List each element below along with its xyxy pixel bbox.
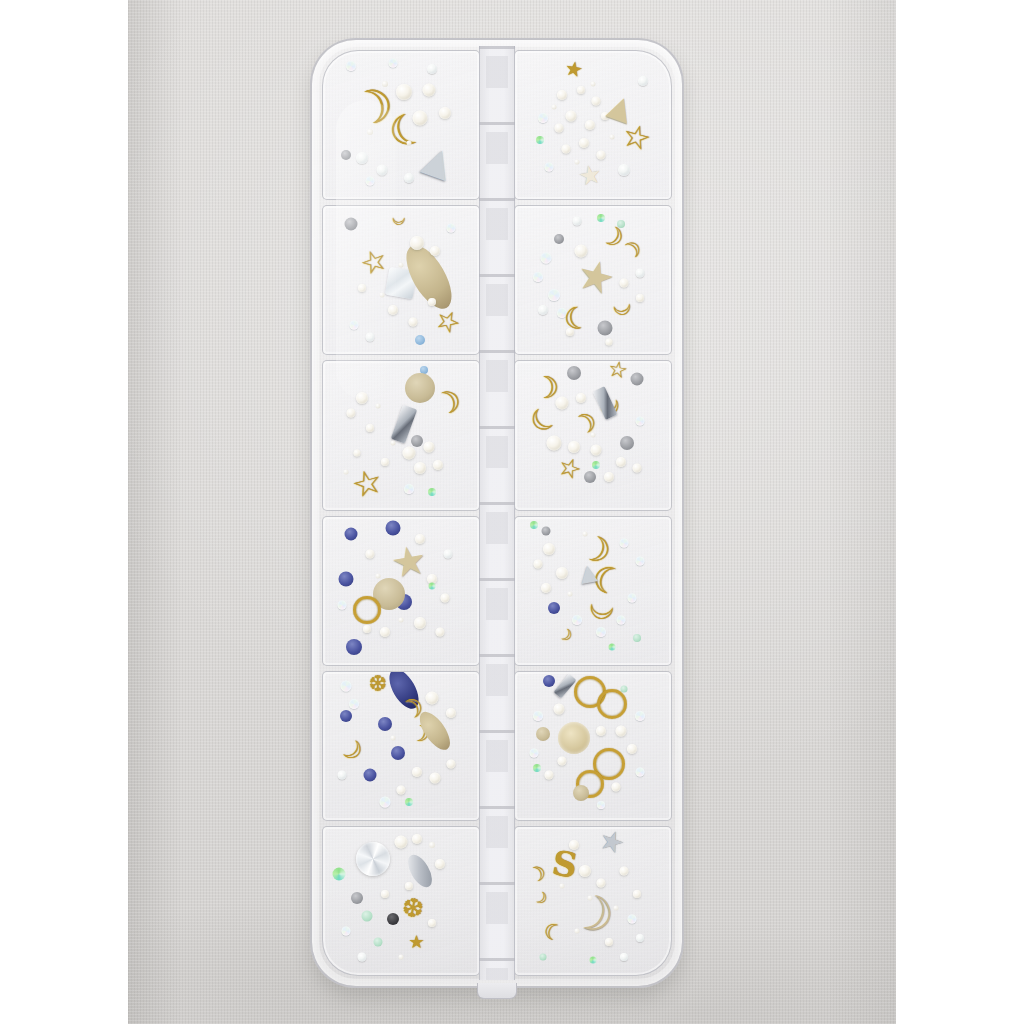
pearl-item	[365, 549, 374, 558]
micro-item	[587, 895, 592, 900]
gold-ring-item	[574, 676, 606, 708]
gray-item	[411, 435, 423, 447]
pearl-item	[604, 472, 614, 482]
gold-moon-item: ☽	[555, 625, 575, 646]
gold-moon-item: ☽	[541, 917, 567, 944]
white-star-item: ★	[576, 161, 603, 191]
pearl-item	[412, 767, 422, 777]
compartment-r4-right: ☽☽☽▲☽	[514, 516, 672, 666]
pearl-item	[541, 583, 551, 593]
gold-snowflake-item: ❆	[368, 673, 386, 695]
navy-item	[543, 675, 555, 687]
silver-rect-item	[593, 386, 618, 420]
gold-moon-item: ☽	[347, 80, 399, 135]
gray-item	[341, 150, 351, 160]
pearl-item	[424, 442, 435, 453]
navy-item	[548, 602, 560, 614]
ab-item	[617, 616, 626, 625]
ab-item	[389, 58, 398, 67]
silver-triangle-item: ▲	[419, 139, 457, 182]
gold-star-item: ☆	[357, 244, 393, 281]
rhine-item	[620, 953, 628, 961]
pearl-item	[601, 112, 609, 120]
gold-moon-item: ☽	[587, 556, 630, 601]
micro-item	[609, 134, 614, 139]
pearl-item	[354, 450, 361, 457]
navy-item	[346, 639, 362, 655]
mint-item	[361, 910, 372, 921]
mint-item	[540, 954, 547, 961]
holo-item	[536, 136, 544, 144]
micro-item	[382, 81, 388, 87]
micro-item	[367, 129, 373, 135]
pearl-item	[428, 919, 436, 927]
ab-item	[635, 416, 644, 425]
tan-oval-item	[414, 707, 456, 755]
ab-item	[380, 797, 391, 808]
pearl-item	[557, 756, 566, 765]
pearl-item	[585, 120, 595, 130]
gold-ring-item	[576, 770, 604, 798]
champ-tri-item: ▲	[605, 89, 637, 125]
gold-moon-item: ☽	[382, 102, 432, 154]
gold-moon-item: ☽	[584, 592, 618, 624]
ab-item	[341, 681, 352, 692]
silver-rect-item	[391, 404, 417, 443]
ab-item	[596, 627, 606, 637]
pearl-item	[409, 317, 418, 326]
crystal-item	[356, 842, 390, 876]
champagne-star-item: ★	[388, 538, 430, 584]
pearl-item	[569, 840, 579, 850]
pearl-item	[412, 110, 427, 125]
gold-star-solid-item: ★	[409, 933, 425, 951]
micro-item	[399, 263, 404, 268]
pearl-item	[633, 890, 641, 898]
rhine-item	[636, 934, 644, 942]
pearl-item	[547, 435, 562, 450]
rhine-item	[635, 268, 644, 277]
gold-moon-item: ☽	[390, 212, 406, 226]
champagne-star-item: ★	[572, 252, 619, 302]
micro-item	[380, 293, 385, 298]
holo-item	[405, 798, 413, 806]
ab-item	[635, 768, 644, 777]
gold-star-item: ☆	[431, 304, 466, 340]
mint-item	[617, 220, 625, 228]
gray-item	[620, 436, 634, 450]
pearl-item	[356, 392, 368, 404]
micro-item	[391, 440, 396, 445]
rhine-item	[638, 76, 648, 86]
compartment-r3-right: ☽☽☽☽☆☆	[514, 360, 672, 510]
navy-item	[345, 528, 358, 541]
micro-item	[391, 736, 396, 741]
navy-item	[396, 594, 412, 610]
white-letterbox-left	[0, 0, 128, 1024]
gold-moon-item: ☽	[408, 721, 431, 746]
pearl-item	[556, 567, 568, 579]
gray-item	[351, 892, 363, 904]
pearl-item	[554, 124, 563, 133]
tan-moon-item: ☽	[565, 883, 622, 943]
gold-star-item: ☆	[606, 360, 629, 382]
pearl-item	[426, 692, 439, 705]
compartment-r1-left: ☽☽▲	[322, 50, 480, 200]
micro-item	[375, 573, 380, 578]
pearl-item	[596, 150, 605, 159]
holo-item	[608, 643, 615, 650]
rhine-item	[356, 152, 368, 164]
holo-item	[590, 957, 597, 964]
pearl-item	[430, 246, 440, 256]
pearl-item	[430, 773, 441, 784]
pearl-item	[636, 294, 644, 302]
ab-item	[548, 289, 560, 301]
gold-moon-item: ☽	[334, 731, 369, 766]
ab-item	[597, 801, 605, 809]
gray-item	[584, 471, 596, 483]
ab-item	[365, 177, 374, 186]
gold-star-item: ☆	[619, 118, 655, 156]
gold-snowflake-item: ❆	[400, 894, 426, 923]
pearl-item	[566, 328, 574, 336]
micro-item	[591, 433, 596, 438]
micro-item	[399, 955, 404, 960]
gold-moon-item: ☽	[569, 406, 602, 440]
pearl-item	[605, 938, 613, 946]
pearl-item	[543, 543, 555, 555]
pearl-item	[545, 771, 554, 780]
pearl-item	[410, 236, 424, 250]
pearl-item	[596, 879, 605, 888]
silver-rect-item	[553, 674, 576, 699]
gold-star-item: ☆	[348, 462, 386, 503]
micro-item	[399, 618, 404, 623]
pearl-item	[363, 625, 371, 633]
holo-item	[429, 583, 436, 590]
compartment-r4-left: ★	[322, 516, 480, 666]
black-item	[387, 913, 399, 925]
gold-ring-item	[593, 748, 625, 780]
pearl-item	[397, 786, 406, 795]
gold-star-solid-item: ★	[564, 57, 585, 80]
pearl-item	[620, 279, 629, 288]
clear-sq-item	[385, 267, 417, 299]
gray-item	[630, 373, 643, 386]
compartment-r3-left: ☽☆	[322, 360, 480, 510]
ab-item	[404, 484, 414, 494]
pearl-item	[347, 409, 356, 418]
micro-item	[559, 884, 564, 889]
gray-item	[567, 366, 581, 380]
gray-item	[345, 217, 358, 230]
micro-item	[406, 140, 411, 145]
pearl-item	[579, 138, 589, 148]
gold-moon-item: ☽	[562, 300, 594, 334]
pearl-item	[616, 457, 626, 467]
gold-moon-item: ☽	[430, 384, 466, 421]
pearl-item	[381, 890, 389, 898]
micro-item	[614, 906, 619, 911]
ab-item	[557, 308, 567, 318]
compartment-r2-right: ☽☽★☽☽	[514, 205, 672, 355]
mint-item	[633, 634, 641, 642]
pearl-item	[620, 867, 629, 876]
ab-item	[628, 593, 637, 602]
micro-item	[575, 928, 580, 933]
gray-item	[554, 234, 564, 244]
gold-moon-item: ☽	[523, 397, 563, 437]
pearl-item	[576, 393, 586, 403]
pearl-item	[627, 744, 637, 754]
rhine-item	[404, 173, 414, 183]
pearl-item	[414, 462, 426, 474]
micro-item	[575, 160, 580, 165]
navy-item	[340, 710, 352, 722]
pearl-item	[579, 865, 591, 877]
pearl-item	[574, 244, 587, 257]
micro-item	[344, 470, 349, 475]
compartment-r6-right: S★☽☽☽☽	[514, 826, 672, 976]
ab-item	[350, 320, 359, 329]
ab-item	[337, 601, 346, 610]
holo-item	[597, 214, 605, 222]
pearl-item	[596, 726, 606, 736]
pearl-item	[427, 574, 437, 584]
ab-item	[635, 711, 645, 721]
gold-moon-item: ☽	[617, 236, 646, 266]
pearl-item	[435, 859, 445, 869]
compartment-r2-left: ☽☆☆	[322, 205, 480, 355]
pearl-item	[402, 447, 415, 460]
navy-item	[339, 571, 354, 586]
navy-item	[386, 521, 401, 536]
ab-item	[572, 615, 582, 625]
pearl-item	[446, 708, 456, 718]
ab-item	[628, 914, 637, 923]
pearl-item	[534, 559, 543, 568]
tan-item	[536, 727, 550, 741]
pearl-item	[414, 617, 426, 629]
ab-item	[529, 749, 538, 758]
pearl-item	[568, 441, 580, 453]
ab-item	[533, 711, 543, 721]
mint-item	[621, 686, 628, 693]
ab-item	[620, 539, 629, 548]
holo-item	[428, 488, 436, 496]
pearl-item	[428, 298, 436, 306]
gold-ring-item	[597, 689, 627, 719]
pearl-item	[605, 339, 612, 346]
ab-item	[538, 113, 548, 123]
micro-item	[567, 591, 572, 596]
silver-oval-item	[403, 851, 437, 891]
ab-item	[446, 224, 455, 233]
mint-item	[373, 938, 382, 947]
ab-item	[635, 556, 644, 565]
tan-item	[373, 578, 405, 610]
gold-moon-item: ☽	[395, 692, 428, 726]
holo-item	[592, 461, 600, 469]
ab-item	[541, 253, 552, 264]
pearl-item	[358, 284, 366, 292]
rhine-item	[618, 164, 630, 176]
pearl-item	[412, 834, 422, 844]
rhine-item	[337, 771, 346, 780]
gold-moon-item: ☽	[576, 528, 616, 570]
pearl-item	[405, 882, 413, 890]
case-left-column: ☽☽▲ ☽☆☆ ☽☆ ★ ❆☽☽☽ ❆★	[322, 50, 480, 976]
pearl-item	[555, 396, 568, 409]
gold-ring-item	[353, 596, 381, 624]
photo-stage: ☽☽▲ ☽☆☆ ☽☆ ★ ❆☽☽☽ ❆★ ★▲☆★ ☽☽★☽☽ ☽☽☽☽☆☆ ☽…	[0, 0, 1024, 1024]
rhine-item	[443, 549, 452, 558]
tan-oval-item	[397, 238, 460, 316]
pearl-item	[566, 111, 577, 122]
holo-item	[332, 868, 345, 881]
rhine-item	[538, 305, 548, 315]
rhine-item	[377, 164, 388, 175]
pearl-item	[439, 107, 451, 119]
gray-item	[542, 527, 551, 536]
ab-item	[545, 162, 554, 171]
micro-item	[552, 105, 557, 110]
silver-triangle-item: ▲	[578, 560, 598, 585]
ab-item	[533, 272, 543, 282]
pearl-item	[577, 86, 585, 94]
pearl-item	[557, 90, 567, 100]
pearl-item	[388, 305, 398, 315]
pearl-item	[553, 703, 564, 714]
pearl-item	[440, 593, 449, 602]
rhinestone-case: ☽☽▲ ☽☆☆ ☽☆ ★ ❆☽☽☽ ❆★ ★▲☆★ ☽☽★☽☽ ☽☽☽☽☆☆ ☽…	[310, 38, 684, 988]
gold-moon-item: ☽	[533, 373, 560, 403]
pearl-item	[423, 83, 436, 96]
case-bottom-tab	[477, 983, 517, 999]
ab-item	[342, 926, 351, 935]
gold-moon-item: ☽	[525, 862, 549, 887]
ab-item	[346, 61, 356, 71]
pearl-item	[592, 97, 601, 106]
pearl-item	[433, 460, 443, 470]
ab-item	[349, 699, 359, 709]
compartment-r6-left: ❆★	[322, 826, 480, 976]
pearl-item	[395, 835, 408, 848]
rhine-item	[365, 332, 374, 341]
micro-item	[429, 842, 435, 848]
pearl-item	[436, 628, 445, 637]
navy-oval-item	[384, 671, 425, 714]
navy-item	[378, 717, 392, 731]
rhine-item	[427, 64, 437, 74]
compartment-r5-left: ❆☽☽☽	[322, 671, 480, 821]
holo-item	[533, 764, 541, 772]
case-center-spine	[479, 46, 515, 980]
gray-item	[598, 320, 613, 335]
pearl-item	[381, 458, 389, 466]
navy-item	[391, 746, 405, 760]
pearl-item	[591, 445, 602, 456]
gold-moon-item: ☽	[593, 390, 625, 421]
pearl-item	[396, 84, 412, 100]
tan-item	[573, 785, 589, 801]
navy-item	[363, 769, 376, 782]
rhine-item	[573, 216, 582, 225]
pearl-item	[415, 534, 425, 544]
gold-star-item: ☆	[554, 452, 585, 484]
pearl-item	[612, 783, 621, 792]
rhine-item	[358, 953, 367, 962]
blue-item	[420, 366, 428, 374]
micro-item	[375, 403, 380, 408]
pearl-item	[632, 464, 641, 473]
gold-moon-item: ☽	[595, 219, 628, 253]
white-letterbox-right	[896, 0, 1024, 1024]
compartment-r5-right	[514, 671, 672, 821]
pearl-item	[380, 627, 390, 637]
micro-item	[583, 532, 588, 537]
holo-item	[530, 521, 538, 529]
blue-item	[415, 335, 425, 345]
case-right-column: ★▲☆★ ☽☽★☽☽ ☽☽☽☽☆☆ ☽☽☽▲☽ S★☽☽☽☽	[514, 50, 672, 976]
micro-item	[591, 81, 596, 86]
gold-moon-item: ☽	[530, 887, 550, 908]
gold-s-item: S	[550, 845, 580, 883]
pearl-item	[616, 725, 627, 736]
pearl-item	[446, 759, 455, 768]
champ-item	[558, 722, 590, 754]
tan-item	[405, 373, 435, 403]
silver-star-item: ★	[595, 826, 628, 859]
compartment-r1-right: ★▲☆★	[514, 50, 672, 200]
gold-moon-item: ☽	[609, 295, 634, 318]
pearl-item	[562, 144, 571, 153]
pearl-item	[366, 424, 374, 432]
